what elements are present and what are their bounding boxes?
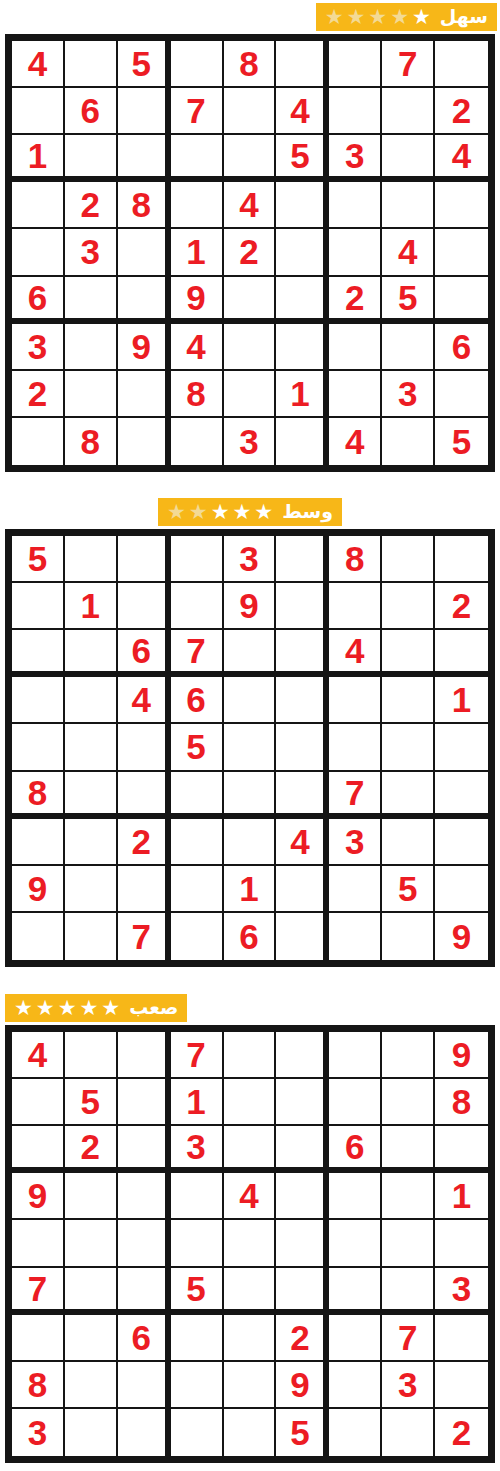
easy-cell-r9c3-empty[interactable] [118,418,171,465]
medium-cell-r4c1-empty[interactable] [12,677,65,724]
hard-cell-r9c5-empty[interactable] [224,1409,277,1456]
medium-cell-r5c1-empty[interactable] [12,724,65,771]
hard-cell-r7c4-empty[interactable] [171,1315,224,1362]
easy-cell-r9c7-given: 4 [329,418,382,465]
star-icon-unfilled: ★ [167,502,186,523]
medium-cell-r8c1-given: 9 [12,866,65,913]
medium-cell-r9c1-empty[interactable] [12,913,65,960]
medium-cell-r7c3-given: 2 [118,819,171,866]
hard-cell-r9c3-empty[interactable] [118,1409,171,1456]
hard-cell-r4c4-empty[interactable] [171,1173,224,1220]
medium-cell-r4c4-given: 6 [171,677,224,724]
star-icon-unfilled: ★ [368,7,387,28]
easy-cell-r1c2-empty[interactable] [65,41,118,88]
easy-cell-r5c2-given: 3 [65,229,118,276]
easy-cell-r8c4-given: 8 [171,371,224,418]
easy-cell-r8c7-empty[interactable] [329,371,382,418]
hard-cell-r1c3-empty[interactable] [118,1032,171,1079]
easy-cell-r2c4-given: 7 [171,88,224,135]
hard-cell-r9c4-empty[interactable] [171,1409,224,1456]
medium-cell-r7c8-empty[interactable] [382,819,435,866]
hard-cell-r5c3-empty[interactable] [118,1220,171,1267]
easy-cell-r4c7-empty[interactable] [329,182,382,229]
medium-cell-r1c8-empty[interactable] [382,536,435,583]
medium-cell-r1c9-empty[interactable] [435,536,488,583]
medium-cell-r5c3-empty[interactable] [118,724,171,771]
hard-cell-r8c2-empty[interactable] [65,1362,118,1409]
hard-cell-r6c6-empty[interactable] [276,1268,329,1315]
easy-cell-r4c1-empty[interactable] [12,182,65,229]
easy-cell-r8c5-empty[interactable] [224,371,277,418]
medium-cell-r1c3-empty[interactable] [118,536,171,583]
medium-cell-r6c2-empty[interactable] [65,772,118,819]
easy-cell-r1c8-given: 7 [382,41,435,88]
medium-cell-r1c5-given: 3 [224,536,277,583]
hard-cell-r1c8-empty[interactable] [382,1032,435,1079]
hard-cell-r6c4-given: 5 [171,1268,224,1315]
difficulty-banner-medium: ★★★★★ وسط [158,498,342,526]
hard-cell-r4c3-empty[interactable] [118,1173,171,1220]
star-icon-filled: ★ [412,7,431,28]
easy-cell-r8c1-given: 2 [12,371,65,418]
easy-cell-r3c7-given: 3 [329,135,382,182]
easy-cell-r3c8-empty[interactable] [382,135,435,182]
medium-cell-r2c5-given: 9 [224,583,277,630]
hard-cell-r7c2-empty[interactable] [65,1315,118,1362]
easy-cell-r5c7-empty[interactable] [329,229,382,276]
hard-cell-r5c5-empty[interactable] [224,1220,277,1267]
easy-cell-r9c2-given: 8 [65,418,118,465]
easy-cell-r2c7-empty[interactable] [329,88,382,135]
hard-cell-r5c2-empty[interactable] [65,1220,118,1267]
medium-cell-r6c8-empty[interactable] [382,772,435,819]
medium-cell-r9c8-empty[interactable] [382,913,435,960]
star-icon-filled: ★ [58,998,77,1019]
medium-cell-r3c4-given: 7 [171,630,224,677]
easy-cell-r8c3-empty[interactable] [118,371,171,418]
easy-cell-r9c1-empty[interactable] [12,418,65,465]
star-icon-filled: ★ [79,998,98,1019]
medium-cell-r9c7-empty[interactable] [329,913,382,960]
medium-cell-r6c3-empty[interactable] [118,772,171,819]
medium-cell-r7c2-empty[interactable] [65,819,118,866]
hard-cell-r7c7-empty[interactable] [329,1315,382,1362]
medium-cell-r8c2-empty[interactable] [65,866,118,913]
medium-cell-r2c8-empty[interactable] [382,583,435,630]
easy-cell-r3c6-given: 5 [276,135,329,182]
hard-cell-r9c8-empty[interactable] [382,1409,435,1456]
sudoku-grid-hard: 479518236941753627893352 [5,1025,495,1463]
hard-cell-r3c5-empty[interactable] [224,1126,277,1173]
medium-cell-r5c6-empty[interactable] [276,724,329,771]
easy-cell-r2c2-given: 6 [65,88,118,135]
hard-cell-r4c6-empty[interactable] [276,1173,329,1220]
hard-cell-r2c9-given: 8 [435,1079,488,1126]
hard-cell-r4c2-empty[interactable] [65,1173,118,1220]
hard-cell-r1c5-empty[interactable] [224,1032,277,1079]
hard-cell-r2c5-empty[interactable] [224,1079,277,1126]
medium-cell-r3c7-given: 4 [329,630,382,677]
easy-cell-r1c7-empty[interactable] [329,41,382,88]
easy-cell-r2c5-empty[interactable] [224,88,277,135]
medium-cell-r4c9-given: 1 [435,677,488,724]
hard-cell-r3c1-empty[interactable] [12,1126,65,1173]
easy-cell-r5c4-given: 1 [171,229,224,276]
easy-cell-r7c6-empty[interactable] [276,324,329,371]
hard-cell-r5c7-empty[interactable] [329,1220,382,1267]
sudoku-grid-medium: 538192674461587243915769 [5,529,495,967]
star-icon-filled: ★ [232,502,251,523]
hard-cell-r1c6-empty[interactable] [276,1032,329,1079]
hard-cell-r2c1-empty[interactable] [12,1079,65,1126]
easy-cell-r5c1-empty[interactable] [12,229,65,276]
easy-cell-r9c8-empty[interactable] [382,418,435,465]
easy-cell-r9c6-empty[interactable] [276,418,329,465]
medium-cell-r1c2-empty[interactable] [65,536,118,583]
star-icon-unfilled: ★ [347,7,366,28]
hard-cell-r3c9-empty[interactable] [435,1126,488,1173]
easy-cell-r1c6-empty[interactable] [276,41,329,88]
medium-cell-r6c1-given: 8 [12,772,65,819]
hard-cell-r6c7-empty[interactable] [329,1268,382,1315]
hard-cell-r2c3-empty[interactable] [118,1079,171,1126]
medium-cell-r9c6-empty[interactable] [276,913,329,960]
easy-cell-r1c9-empty[interactable] [435,41,488,88]
medium-cell-r4c5-empty[interactable] [224,677,277,724]
easy-cell-r1c1-given: 4 [12,41,65,88]
easy-cell-r3c4-empty[interactable] [171,135,224,182]
medium-cell-r7c7-given: 3 [329,819,382,866]
medium-cell-r2c4-empty[interactable] [171,583,224,630]
medium-cell-r3c6-empty[interactable] [276,630,329,677]
medium-cell-r4c8-empty[interactable] [382,677,435,724]
easy-cell-r4c3-given: 8 [118,182,171,229]
medium-cell-r4c7-empty[interactable] [329,677,382,724]
easy-cell-r7c7-empty[interactable] [329,324,382,371]
hard-cell-r2c8-empty[interactable] [382,1079,435,1126]
hard-cell-r7c1-empty[interactable] [12,1315,65,1362]
easy-cell-r6c8-given: 5 [382,277,435,324]
medium-cell-r8c8-given: 5 [382,866,435,913]
easy-cell-r6c9-empty[interactable] [435,277,488,324]
medium-cell-r3c5-empty[interactable] [224,630,277,677]
hard-cell-r8c5-empty[interactable] [224,1362,277,1409]
medium-cell-r2c2-given: 1 [65,583,118,630]
hard-cell-r5c9-empty[interactable] [435,1220,488,1267]
medium-cell-r5c8-empty[interactable] [382,724,435,771]
hard-cell-r9c2-empty[interactable] [65,1409,118,1456]
easy-cell-r4c9-empty[interactable] [435,182,488,229]
medium-cell-r1c6-empty[interactable] [276,536,329,583]
hard-cell-r8c7-empty[interactable] [329,1362,382,1409]
easy-cell-r8c8-given: 3 [382,371,435,418]
easy-cell-r6c6-empty[interactable] [276,277,329,324]
easy-cell-r7c8-empty[interactable] [382,324,435,371]
hard-cell-r6c9-given: 3 [435,1268,488,1315]
medium-cell-r9c2-empty[interactable] [65,913,118,960]
medium-cell-r2c3-empty[interactable] [118,583,171,630]
medium-cell-r2c7-empty[interactable] [329,583,382,630]
easy-cell-r4c8-empty[interactable] [382,182,435,229]
hard-cell-r5c8-empty[interactable] [382,1220,435,1267]
sudoku-grid-easy: 45876742153428431246925394628138345 [5,34,495,472]
hard-cell-r3c7-given: 6 [329,1126,382,1173]
medium-cell-r5c7-empty[interactable] [329,724,382,771]
easy-cell-r6c2-empty[interactable] [65,277,118,324]
easy-cell-r2c1-empty[interactable] [12,88,65,135]
medium-cell-r6c7-given: 7 [329,772,382,819]
star-icon-filled: ★ [36,998,55,1019]
easy-cell-r9c9-given: 5 [435,418,488,465]
easy-cell-r3c3-empty[interactable] [118,135,171,182]
hard-cell-r6c1-given: 7 [12,1268,65,1315]
medium-cell-r8c5-given: 1 [224,866,277,913]
difficulty-banner-hard: ★★★★★ صعب [5,994,187,1022]
medium-cell-r8c3-empty[interactable] [118,866,171,913]
easy-cell-r5c8-given: 4 [382,229,435,276]
hard-cell-r8c1-given: 8 [12,1362,65,1409]
medium-cell-r3c2-empty[interactable] [65,630,118,677]
easy-cell-r4c6-empty[interactable] [276,182,329,229]
hard-cell-r1c9-given: 9 [435,1032,488,1079]
medium-cell-r3c1-empty[interactable] [12,630,65,677]
medium-cell-r8c6-empty[interactable] [276,866,329,913]
hard-cell-r6c2-empty[interactable] [65,1268,118,1315]
hard-cell-r4c8-empty[interactable] [382,1173,435,1220]
star-icon-filled: ★ [101,998,120,1019]
hard-cell-r1c2-empty[interactable] [65,1032,118,1079]
easy-cell-r7c5-empty[interactable] [224,324,277,371]
easy-cell-r3c2-empty[interactable] [65,135,118,182]
hard-cell-r7c3-given: 6 [118,1315,171,1362]
hard-cell-r5c1-empty[interactable] [12,1220,65,1267]
medium-cell-r1c1-given: 5 [12,536,65,583]
hard-cell-r3c2-given: 2 [65,1126,118,1173]
hard-cell-r7c5-empty[interactable] [224,1315,277,1362]
hard-cell-r8c6-given: 9 [276,1362,329,1409]
hard-cell-r6c3-empty[interactable] [118,1268,171,1315]
hard-cell-r7c6-given: 2 [276,1315,329,1362]
medium-cell-r8c9-empty[interactable] [435,866,488,913]
hard-cell-r2c6-empty[interactable] [276,1079,329,1126]
medium-cell-r8c7-empty[interactable] [329,866,382,913]
star-icon-filled: ★ [254,502,273,523]
easy-cell-r8c2-empty[interactable] [65,371,118,418]
star-rating-easy: ★★★★★ [325,7,431,28]
hard-cell-r4c7-empty[interactable] [329,1173,382,1220]
star-icon-filled: ★ [14,998,33,1019]
star-icon-unfilled: ★ [325,7,344,28]
easy-cell-r6c1-given: 6 [12,277,65,324]
medium-cell-r5c4-given: 5 [171,724,224,771]
hard-cell-r7c9-empty[interactable] [435,1315,488,1362]
easy-cell-r6c4-given: 9 [171,277,224,324]
medium-cell-r2c9-given: 2 [435,583,488,630]
easy-cell-r3c9-given: 4 [435,135,488,182]
medium-cell-r7c5-empty[interactable] [224,819,277,866]
easy-cell-r1c4-empty[interactable] [171,41,224,88]
easy-cell-r8c9-empty[interactable] [435,371,488,418]
medium-cell-r1c4-empty[interactable] [171,536,224,583]
medium-cell-r2c6-empty[interactable] [276,583,329,630]
hard-cell-r6c8-empty[interactable] [382,1268,435,1315]
easy-cell-r4c4-empty[interactable] [171,182,224,229]
hard-cell-r4c5-given: 4 [224,1173,277,1220]
medium-cell-r6c6-empty[interactable] [276,772,329,819]
medium-cell-r7c1-empty[interactable] [12,819,65,866]
medium-cell-r5c5-empty[interactable] [224,724,277,771]
medium-cell-r4c2-empty[interactable] [65,677,118,724]
easy-cell-r2c9-given: 2 [435,88,488,135]
difficulty-label-medium: وسط [282,502,333,523]
medium-cell-r7c4-empty[interactable] [171,819,224,866]
hard-cell-r2c4-given: 1 [171,1079,224,1126]
hard-cell-r1c1-given: 4 [12,1032,65,1079]
difficulty-label-hard: صعب [129,998,178,1019]
star-icon-filled: ★ [211,502,230,523]
hard-cell-r8c9-empty[interactable] [435,1362,488,1409]
medium-cell-r6c5-empty[interactable] [224,772,277,819]
easy-cell-r3c1-given: 1 [12,135,65,182]
easy-cell-r7c4-given: 4 [171,324,224,371]
easy-cell-r4c2-given: 2 [65,182,118,229]
star-rating-medium: ★★★★★ [167,502,273,523]
medium-cell-r4c3-given: 4 [118,677,171,724]
hard-cell-r9c7-empty[interactable] [329,1409,382,1456]
hard-cell-r2c2-given: 5 [65,1079,118,1126]
hard-cell-r8c3-empty[interactable] [118,1362,171,1409]
hard-cell-r8c8-given: 3 [382,1362,435,1409]
easy-cell-r7c9-given: 6 [435,324,488,371]
hard-cell-r5c4-empty[interactable] [171,1220,224,1267]
hard-cell-r5c6-empty[interactable] [276,1220,329,1267]
easy-cell-r7c3-given: 9 [118,324,171,371]
hard-cell-r6c5-empty[interactable] [224,1268,277,1315]
easy-cell-r6c3-empty[interactable] [118,277,171,324]
medium-cell-r5c9-empty[interactable] [435,724,488,771]
easy-cell-r5c6-empty[interactable] [276,229,329,276]
hard-cell-r4c9-given: 1 [435,1173,488,1220]
easy-cell-r9c5-given: 3 [224,418,277,465]
hard-cell-r9c6-given: 5 [276,1409,329,1456]
medium-cell-r3c8-empty[interactable] [382,630,435,677]
sudoku-page: ★★★★★ سهل 458767421534284312469253946281… [0,0,500,1463]
easy-cell-r5c9-empty[interactable] [435,229,488,276]
hard-cell-r3c4-given: 3 [171,1126,224,1173]
easy-cell-r9c4-empty[interactable] [171,418,224,465]
easy-cell-r7c1-given: 3 [12,324,65,371]
hard-cell-r2c7-empty[interactable] [329,1079,382,1126]
easy-cell-r2c8-empty[interactable] [382,88,435,135]
medium-cell-r1c7-given: 8 [329,536,382,583]
medium-cell-r2c1-empty[interactable] [12,583,65,630]
hard-cell-r3c8-empty[interactable] [382,1126,435,1173]
easy-cell-r8c6-given: 1 [276,371,329,418]
easy-cell-r7c2-empty[interactable] [65,324,118,371]
hard-cell-r1c4-given: 7 [171,1032,224,1079]
medium-cell-r9c3-given: 7 [118,913,171,960]
medium-cell-r3c9-empty[interactable] [435,630,488,677]
medium-cell-r9c4-empty[interactable] [171,913,224,960]
hard-cell-r9c9-given: 2 [435,1409,488,1456]
medium-cell-r6c4-empty[interactable] [171,772,224,819]
hard-cell-r9c1-given: 3 [12,1409,65,1456]
hard-cell-r3c6-empty[interactable] [276,1126,329,1173]
hard-cell-r8c4-empty[interactable] [171,1362,224,1409]
medium-cell-r8c4-empty[interactable] [171,866,224,913]
easy-cell-r5c5-given: 2 [224,229,277,276]
medium-cell-r7c9-empty[interactable] [435,819,488,866]
easy-cell-r6c5-empty[interactable] [224,277,277,324]
medium-cell-r6c9-empty[interactable] [435,772,488,819]
medium-cell-r3c3-given: 6 [118,630,171,677]
star-icon-unfilled: ★ [189,502,208,523]
difficulty-label-easy: سهل [440,7,488,28]
easy-cell-r1c3-given: 5 [118,41,171,88]
hard-cell-r4c1-given: 9 [12,1173,65,1220]
hard-cell-r3c3-empty[interactable] [118,1126,171,1173]
medium-cell-r9c5-given: 6 [224,913,277,960]
easy-cell-r2c6-given: 4 [276,88,329,135]
star-rating-hard: ★★★★★ [14,998,120,1019]
hard-cell-r7c8-given: 7 [382,1315,435,1362]
easy-cell-r3c5-empty[interactable] [224,135,277,182]
medium-cell-r4c6-empty[interactable] [276,677,329,724]
star-icon-unfilled: ★ [390,7,409,28]
easy-cell-r4c5-given: 4 [224,182,277,229]
hard-cell-r1c7-empty[interactable] [329,1032,382,1079]
difficulty-banner-easy: ★★★★★ سهل [316,3,497,31]
easy-cell-r6c7-given: 2 [329,277,382,324]
medium-cell-r9c9-given: 9 [435,913,488,960]
medium-cell-r5c2-empty[interactable] [65,724,118,771]
easy-cell-r1c5-given: 8 [224,41,277,88]
easy-cell-r5c3-empty[interactable] [118,229,171,276]
easy-cell-r2c3-empty[interactable] [118,88,171,135]
medium-cell-r7c6-given: 4 [276,819,329,866]
